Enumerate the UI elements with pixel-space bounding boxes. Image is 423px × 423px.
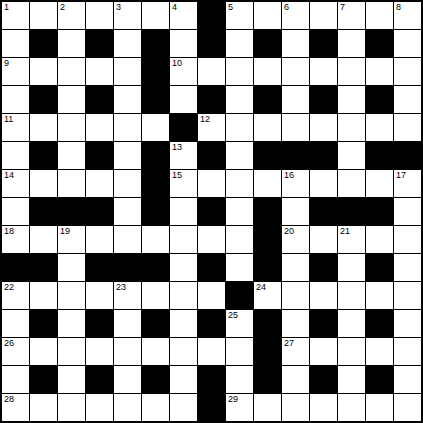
white-cell[interactable]: 26	[2, 338, 29, 365]
white-cell[interactable]	[394, 254, 421, 281]
white-cell[interactable]	[226, 198, 253, 225]
white-cell[interactable]	[366, 114, 393, 141]
black-cell	[114, 254, 141, 281]
clue-number: 17	[396, 171, 406, 180]
clue-number: 15	[172, 171, 182, 180]
white-cell[interactable]	[338, 310, 365, 337]
white-cell[interactable]: 13	[170, 142, 197, 169]
white-cell[interactable]	[282, 86, 309, 113]
white-cell[interactable]: 18	[2, 226, 29, 253]
white-cell[interactable]: 5	[226, 2, 253, 29]
white-cell[interactable]	[86, 58, 113, 85]
black-cell	[30, 366, 57, 393]
clue-number: 13	[172, 143, 182, 152]
white-cell[interactable]	[366, 58, 393, 85]
white-cell[interactable]	[310, 282, 337, 309]
white-cell[interactable]: 6	[282, 2, 309, 29]
clue-number: 6	[284, 3, 289, 12]
clue-number: 8	[396, 3, 401, 12]
white-cell[interactable]	[114, 30, 141, 57]
white-cell[interactable]	[2, 142, 29, 169]
white-cell[interactable]	[366, 226, 393, 253]
white-cell[interactable]	[394, 30, 421, 57]
clue-number: 18	[4, 227, 14, 236]
clue-number: 20	[284, 227, 294, 236]
white-cell[interactable]	[338, 338, 365, 365]
white-cell[interactable]: 22	[2, 282, 29, 309]
white-cell[interactable]	[142, 282, 169, 309]
white-cell[interactable]	[394, 58, 421, 85]
white-cell[interactable]	[170, 226, 197, 253]
clue-number: 3	[116, 3, 121, 12]
white-cell[interactable]	[30, 58, 57, 85]
white-cell[interactable]	[86, 282, 113, 309]
white-cell[interactable]	[142, 114, 169, 141]
clue-number: 28	[4, 395, 14, 404]
white-cell[interactable]	[226, 30, 253, 57]
white-cell[interactable]: 11	[2, 114, 29, 141]
white-cell[interactable]	[254, 394, 281, 421]
black-cell	[86, 254, 113, 281]
white-cell[interactable]	[86, 114, 113, 141]
white-cell[interactable]: 1	[2, 2, 29, 29]
white-cell[interactable]	[114, 226, 141, 253]
clue-number: 21	[340, 227, 350, 236]
white-cell[interactable]: 28	[2, 394, 29, 421]
clue-number: 16	[284, 171, 294, 180]
white-cell[interactable]	[394, 310, 421, 337]
white-cell[interactable]	[58, 338, 85, 365]
black-cell	[310, 254, 337, 281]
white-cell[interactable]	[282, 58, 309, 85]
black-cell	[366, 86, 393, 113]
white-cell[interactable]	[338, 58, 365, 85]
black-cell	[254, 86, 281, 113]
white-cell[interactable]	[2, 366, 29, 393]
clue-number: 26	[4, 339, 14, 348]
white-cell[interactable]	[394, 86, 421, 113]
white-cell[interactable]	[86, 338, 113, 365]
white-cell[interactable]	[198, 282, 225, 309]
white-cell[interactable]	[310, 2, 337, 29]
black-cell	[366, 142, 393, 169]
white-cell[interactable]: 10	[170, 58, 197, 85]
black-cell	[254, 226, 281, 253]
white-cell[interactable]: 15	[170, 170, 197, 197]
white-cell[interactable]: 25	[226, 310, 253, 337]
white-cell[interactable]	[170, 254, 197, 281]
white-cell[interactable]	[226, 114, 253, 141]
clue-number: 25	[228, 311, 238, 320]
white-cell[interactable]	[254, 2, 281, 29]
white-cell[interactable]	[338, 170, 365, 197]
black-cell	[366, 254, 393, 281]
black-cell	[310, 30, 337, 57]
white-cell[interactable]	[30, 394, 57, 421]
white-cell[interactable]	[394, 282, 421, 309]
black-cell	[142, 310, 169, 337]
white-cell[interactable]	[394, 226, 421, 253]
white-cell[interactable]	[366, 170, 393, 197]
black-cell	[30, 310, 57, 337]
white-cell[interactable]	[282, 366, 309, 393]
black-cell	[30, 86, 57, 113]
white-cell[interactable]	[366, 338, 393, 365]
white-cell[interactable]	[282, 254, 309, 281]
white-cell[interactable]	[58, 170, 85, 197]
clue-number: 11	[4, 115, 13, 124]
white-cell[interactable]	[254, 170, 281, 197]
white-cell[interactable]	[170, 366, 197, 393]
white-cell[interactable]	[114, 86, 141, 113]
white-cell[interactable]	[338, 394, 365, 421]
black-cell	[198, 394, 225, 421]
white-cell[interactable]	[30, 2, 57, 29]
white-cell[interactable]	[58, 366, 85, 393]
white-cell[interactable]	[2, 198, 29, 225]
white-cell[interactable]	[338, 86, 365, 113]
clue-number: 19	[60, 227, 70, 236]
clue-number: 1	[4, 3, 9, 12]
clue-number: 5	[228, 3, 233, 12]
white-cell[interactable]	[366, 282, 393, 309]
white-cell[interactable]	[310, 338, 337, 365]
white-cell[interactable]	[58, 282, 85, 309]
white-cell[interactable]	[114, 310, 141, 337]
white-cell[interactable]	[170, 338, 197, 365]
white-cell[interactable]	[338, 30, 365, 57]
white-cell[interactable]	[310, 58, 337, 85]
white-cell[interactable]	[170, 282, 197, 309]
white-cell[interactable]	[366, 394, 393, 421]
black-cell	[30, 254, 57, 281]
white-cell[interactable]	[114, 114, 141, 141]
white-cell[interactable]	[198, 226, 225, 253]
black-cell	[142, 58, 169, 85]
white-cell[interactable]	[170, 86, 197, 113]
black-cell	[338, 198, 365, 225]
clue-number: 4	[172, 3, 177, 12]
white-cell[interactable]	[338, 282, 365, 309]
white-cell[interactable]	[58, 58, 85, 85]
clue-number: 24	[256, 283, 266, 292]
clue-number: 2	[60, 3, 65, 12]
white-cell[interactable]: 21	[338, 226, 365, 253]
white-cell[interactable]	[30, 282, 57, 309]
clue-number: 22	[4, 283, 14, 292]
clue-number: 10	[172, 59, 182, 68]
white-cell[interactable]	[58, 86, 85, 113]
white-cell[interactable]	[198, 170, 225, 197]
white-cell[interactable]	[338, 142, 365, 169]
white-cell[interactable]	[198, 58, 225, 85]
black-cell	[310, 86, 337, 113]
white-cell[interactable]	[86, 170, 113, 197]
white-cell[interactable]	[58, 142, 85, 169]
black-cell	[198, 198, 225, 225]
white-cell[interactable]	[114, 338, 141, 365]
black-cell	[142, 198, 169, 225]
white-cell[interactable]	[30, 170, 57, 197]
white-cell[interactable]	[86, 226, 113, 253]
black-cell	[254, 254, 281, 281]
white-cell[interactable]	[142, 394, 169, 421]
black-cell	[366, 30, 393, 57]
white-cell[interactable]	[394, 338, 421, 365]
white-cell[interactable]	[226, 86, 253, 113]
black-cell	[170, 114, 197, 141]
white-cell[interactable]	[226, 338, 253, 365]
white-cell[interactable]: 29	[226, 394, 253, 421]
white-cell[interactable]: 8	[394, 2, 421, 29]
black-cell	[198, 142, 225, 169]
white-cell[interactable]	[30, 338, 57, 365]
black-cell	[310, 198, 337, 225]
black-cell	[86, 142, 113, 169]
clue-number: 27	[284, 339, 294, 348]
white-cell[interactable]	[226, 254, 253, 281]
white-cell[interactable]	[394, 394, 421, 421]
white-cell[interactable]	[394, 198, 421, 225]
white-cell[interactable]	[394, 114, 421, 141]
white-cell[interactable]: 7	[338, 2, 365, 29]
black-cell	[198, 366, 225, 393]
black-cell	[2, 254, 29, 281]
black-cell	[254, 30, 281, 57]
black-cell	[254, 142, 281, 169]
white-cell[interactable]	[2, 86, 29, 113]
clue-number: 29	[228, 395, 238, 404]
black-cell	[86, 310, 113, 337]
white-cell[interactable]: 17	[394, 170, 421, 197]
white-cell[interactable]	[114, 170, 141, 197]
crossword-grid: 1234567891011121314151617181920212223242…	[0, 0, 423, 423]
black-cell	[142, 86, 169, 113]
white-cell[interactable]	[310, 114, 337, 141]
white-cell[interactable]	[142, 226, 169, 253]
white-cell[interactable]	[394, 366, 421, 393]
white-cell[interactable]: 4	[170, 2, 197, 29]
white-cell[interactable]	[30, 114, 57, 141]
black-cell	[58, 198, 85, 225]
black-cell	[310, 310, 337, 337]
white-cell[interactable]	[366, 2, 393, 29]
black-cell	[366, 366, 393, 393]
black-cell	[226, 282, 253, 309]
white-cell[interactable]: 19	[58, 226, 85, 253]
white-cell[interactable]: 2	[58, 2, 85, 29]
white-cell[interactable]	[282, 30, 309, 57]
white-cell[interactable]	[170, 30, 197, 57]
clue-number: 12	[200, 115, 210, 124]
white-cell[interactable]	[310, 170, 337, 197]
white-cell[interactable]	[2, 310, 29, 337]
black-cell	[198, 254, 225, 281]
white-cell[interactable]	[114, 394, 141, 421]
white-cell[interactable]	[338, 254, 365, 281]
white-cell[interactable]	[282, 282, 309, 309]
white-cell[interactable]	[226, 58, 253, 85]
black-cell	[310, 366, 337, 393]
black-cell	[198, 2, 225, 29]
white-cell[interactable]: 24	[254, 282, 281, 309]
black-cell	[30, 142, 57, 169]
white-cell[interactable]	[58, 114, 85, 141]
clue-number: 9	[4, 59, 9, 68]
clue-number: 14	[4, 171, 14, 180]
black-cell	[366, 198, 393, 225]
white-cell[interactable]	[226, 142, 253, 169]
white-cell[interactable]	[338, 366, 365, 393]
white-cell[interactable]	[198, 338, 225, 365]
black-cell	[86, 86, 113, 113]
white-cell[interactable]	[114, 142, 141, 169]
white-cell[interactable]	[86, 2, 113, 29]
clue-number: 7	[340, 3, 345, 12]
black-cell	[198, 310, 225, 337]
white-cell[interactable]	[86, 394, 113, 421]
white-cell[interactable]	[282, 114, 309, 141]
white-cell[interactable]	[254, 114, 281, 141]
white-cell[interactable]: 14	[2, 170, 29, 197]
black-cell	[366, 310, 393, 337]
white-cell[interactable]	[226, 226, 253, 253]
white-cell[interactable]: 20	[282, 226, 309, 253]
white-cell[interactable]	[170, 198, 197, 225]
black-cell	[86, 198, 113, 225]
black-cell	[310, 142, 337, 169]
clue-number: 23	[116, 283, 126, 292]
white-cell[interactable]	[142, 2, 169, 29]
white-cell[interactable]	[226, 170, 253, 197]
white-cell[interactable]	[310, 226, 337, 253]
black-cell	[198, 86, 225, 113]
white-cell[interactable]	[30, 226, 57, 253]
white-cell[interactable]	[114, 58, 141, 85]
white-cell[interactable]	[170, 310, 197, 337]
white-cell[interactable]: 16	[282, 170, 309, 197]
white-cell[interactable]	[58, 394, 85, 421]
black-cell	[254, 366, 281, 393]
white-cell[interactable]: 27	[282, 338, 309, 365]
white-cell[interactable]: 23	[114, 282, 141, 309]
black-cell	[86, 30, 113, 57]
white-cell[interactable]	[282, 310, 309, 337]
white-cell[interactable]	[114, 198, 141, 225]
white-cell[interactable]	[226, 366, 253, 393]
white-cell[interactable]	[58, 254, 85, 281]
white-cell[interactable]	[142, 338, 169, 365]
black-cell	[394, 142, 421, 169]
white-cell[interactable]	[114, 366, 141, 393]
black-cell	[282, 142, 309, 169]
white-cell[interactable]	[58, 310, 85, 337]
black-cell	[30, 198, 57, 225]
black-cell	[254, 338, 281, 365]
white-cell[interactable]	[282, 394, 309, 421]
white-cell[interactable]	[338, 114, 365, 141]
white-cell[interactable]	[58, 30, 85, 57]
white-cell[interactable]: 9	[2, 58, 29, 85]
white-cell[interactable]	[310, 394, 337, 421]
black-cell	[86, 366, 113, 393]
black-cell	[142, 254, 169, 281]
black-cell	[30, 30, 57, 57]
white-cell[interactable]	[2, 30, 29, 57]
black-cell	[142, 30, 169, 57]
black-cell	[254, 310, 281, 337]
white-cell[interactable]: 12	[198, 114, 225, 141]
black-cell	[254, 198, 281, 225]
white-cell[interactable]	[254, 58, 281, 85]
black-cell	[198, 30, 225, 57]
black-cell	[142, 366, 169, 393]
black-cell	[142, 170, 169, 197]
white-cell[interactable]	[170, 394, 197, 421]
white-cell[interactable]	[282, 198, 309, 225]
white-cell[interactable]: 3	[114, 2, 141, 29]
black-cell	[142, 142, 169, 169]
